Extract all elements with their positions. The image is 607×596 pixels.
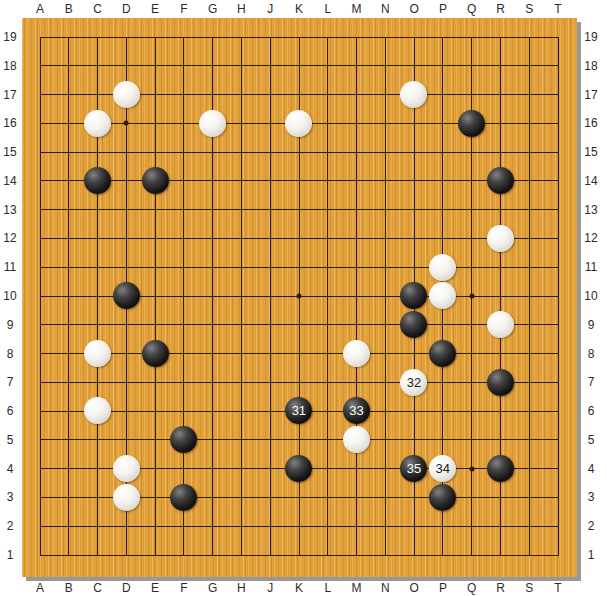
row-label-right-12: 12 [584,231,597,245]
row-label-left-10: 10 [3,289,16,303]
col-label-bottom-A: A [36,581,44,595]
col-label-top-D: D [122,2,131,16]
white-stone-D3 [113,484,140,511]
row-label-left-14: 14 [3,174,16,188]
col-label-bottom-Q: Q [467,581,476,595]
black-stone-R4 [487,455,514,482]
col-label-bottom-M: M [352,581,362,595]
row-label-right-17: 17 [584,88,597,102]
black-stone-P8 [429,340,456,367]
col-label-top-N: N [381,2,390,16]
col-label-bottom-O: O [409,581,418,595]
white-stone-R9 [487,311,514,338]
row-label-right-11: 11 [585,260,597,274]
col-label-bottom-N: N [381,581,390,595]
row-label-left-3: 3 [7,490,14,504]
black-stone-P3 [429,484,456,511]
col-label-top-K: K [295,2,303,16]
white-stone-G16 [199,110,226,137]
col-label-bottom-R: R [496,581,505,595]
black-stone-E14 [142,167,169,194]
row-label-right-18: 18 [584,59,597,73]
col-label-top-A: A [36,2,44,16]
col-label-top-B: B [65,2,73,16]
col-label-top-C: C [93,2,102,16]
row-label-left-6: 6 [7,404,14,418]
black-stone-O4: 35 [400,455,427,482]
row-label-left-15: 15 [3,145,16,159]
row-label-left-18: 18 [3,59,16,73]
col-label-bottom-H: H [237,581,246,595]
black-stone-C14 [84,167,111,194]
black-stone-D10 [113,282,140,309]
stones-layer: 3133353234 [26,23,573,570]
col-label-top-L: L [324,2,331,16]
col-label-top-G: G [208,2,217,16]
white-stone-D17 [113,81,140,108]
row-label-left-13: 13 [3,203,16,217]
black-stone-F5 [170,426,197,453]
col-label-bottom-F: F [180,581,187,595]
go-board[interactable]: 3133353234 [22,18,577,577]
row-label-left-12: 12 [3,231,16,245]
black-stone-K6: 31 [285,397,312,424]
col-label-bottom-E: E [151,581,159,595]
black-stone-E8 [142,340,169,367]
col-label-top-E: E [151,2,159,16]
col-label-top-J: J [267,2,273,16]
white-stone-R12 [487,225,514,252]
row-label-right-10: 10 [584,289,597,303]
col-label-bottom-L: L [324,581,331,595]
row-label-right-6: 6 [588,404,595,418]
row-label-right-16: 16 [584,116,597,130]
col-label-bottom-K: K [295,581,303,595]
black-stone-O9 [400,311,427,338]
col-label-bottom-P: P [439,581,447,595]
white-stone-M8 [343,340,370,367]
row-label-left-11: 11 [4,260,16,274]
col-label-top-P: P [439,2,447,16]
col-label-top-M: M [352,2,362,16]
black-stone-Q16 [458,110,485,137]
col-label-bottom-C: C [93,581,102,595]
row-label-right-8: 8 [588,347,595,361]
col-label-top-S: S [525,2,533,16]
white-stone-K16 [285,110,312,137]
black-stone-K4 [285,455,312,482]
col-label-top-F: F [180,2,187,16]
row-label-right-15: 15 [584,145,597,159]
white-stone-O17 [400,81,427,108]
row-label-left-4: 4 [7,462,14,476]
row-label-right-9: 9 [588,318,595,332]
row-label-left-19: 19 [3,30,16,44]
white-stone-O7: 32 [400,369,427,396]
go-diagram-page: 3133353234 AABBCCDDEEFFGGHHJJKKLLMMNNOOP… [0,0,607,596]
col-label-top-O: O [409,2,418,16]
white-stone-C16 [84,110,111,137]
black-stone-M6: 33 [343,397,370,424]
col-label-bottom-T: T [554,581,561,595]
row-label-right-13: 13 [584,203,597,217]
row-label-left-17: 17 [3,88,16,102]
row-label-right-5: 5 [588,433,595,447]
white-stone-P4: 34 [429,455,456,482]
row-label-left-16: 16 [3,116,16,130]
white-stone-C6 [84,397,111,424]
col-label-bottom-S: S [525,581,533,595]
white-stone-M5 [343,426,370,453]
black-stone-F3 [170,484,197,511]
black-stone-R7 [487,369,514,396]
col-label-bottom-J: J [267,581,273,595]
white-stone-C8 [84,340,111,367]
row-label-left-5: 5 [7,433,14,447]
row-label-right-3: 3 [588,490,595,504]
row-label-left-8: 8 [7,347,14,361]
col-label-top-T: T [554,2,561,16]
white-stone-P11 [429,254,456,281]
row-label-right-19: 19 [584,30,597,44]
col-label-top-R: R [496,2,505,16]
white-stone-P10 [429,282,456,309]
row-label-right-1: 1 [588,548,595,562]
black-stone-O10 [400,282,427,309]
white-stone-D4 [113,455,140,482]
row-label-right-14: 14 [584,174,597,188]
col-label-bottom-B: B [65,581,73,595]
row-label-right-7: 7 [588,375,595,389]
row-label-right-4: 4 [588,462,595,476]
row-label-right-2: 2 [588,519,595,533]
row-label-left-7: 7 [7,375,14,389]
col-label-top-Q: Q [467,2,476,16]
col-label-bottom-D: D [122,581,131,595]
row-label-left-1: 1 [7,548,14,562]
col-label-bottom-G: G [208,581,217,595]
black-stone-R14 [487,167,514,194]
row-label-left-2: 2 [7,519,14,533]
row-label-left-9: 9 [7,318,14,332]
col-label-top-H: H [237,2,246,16]
